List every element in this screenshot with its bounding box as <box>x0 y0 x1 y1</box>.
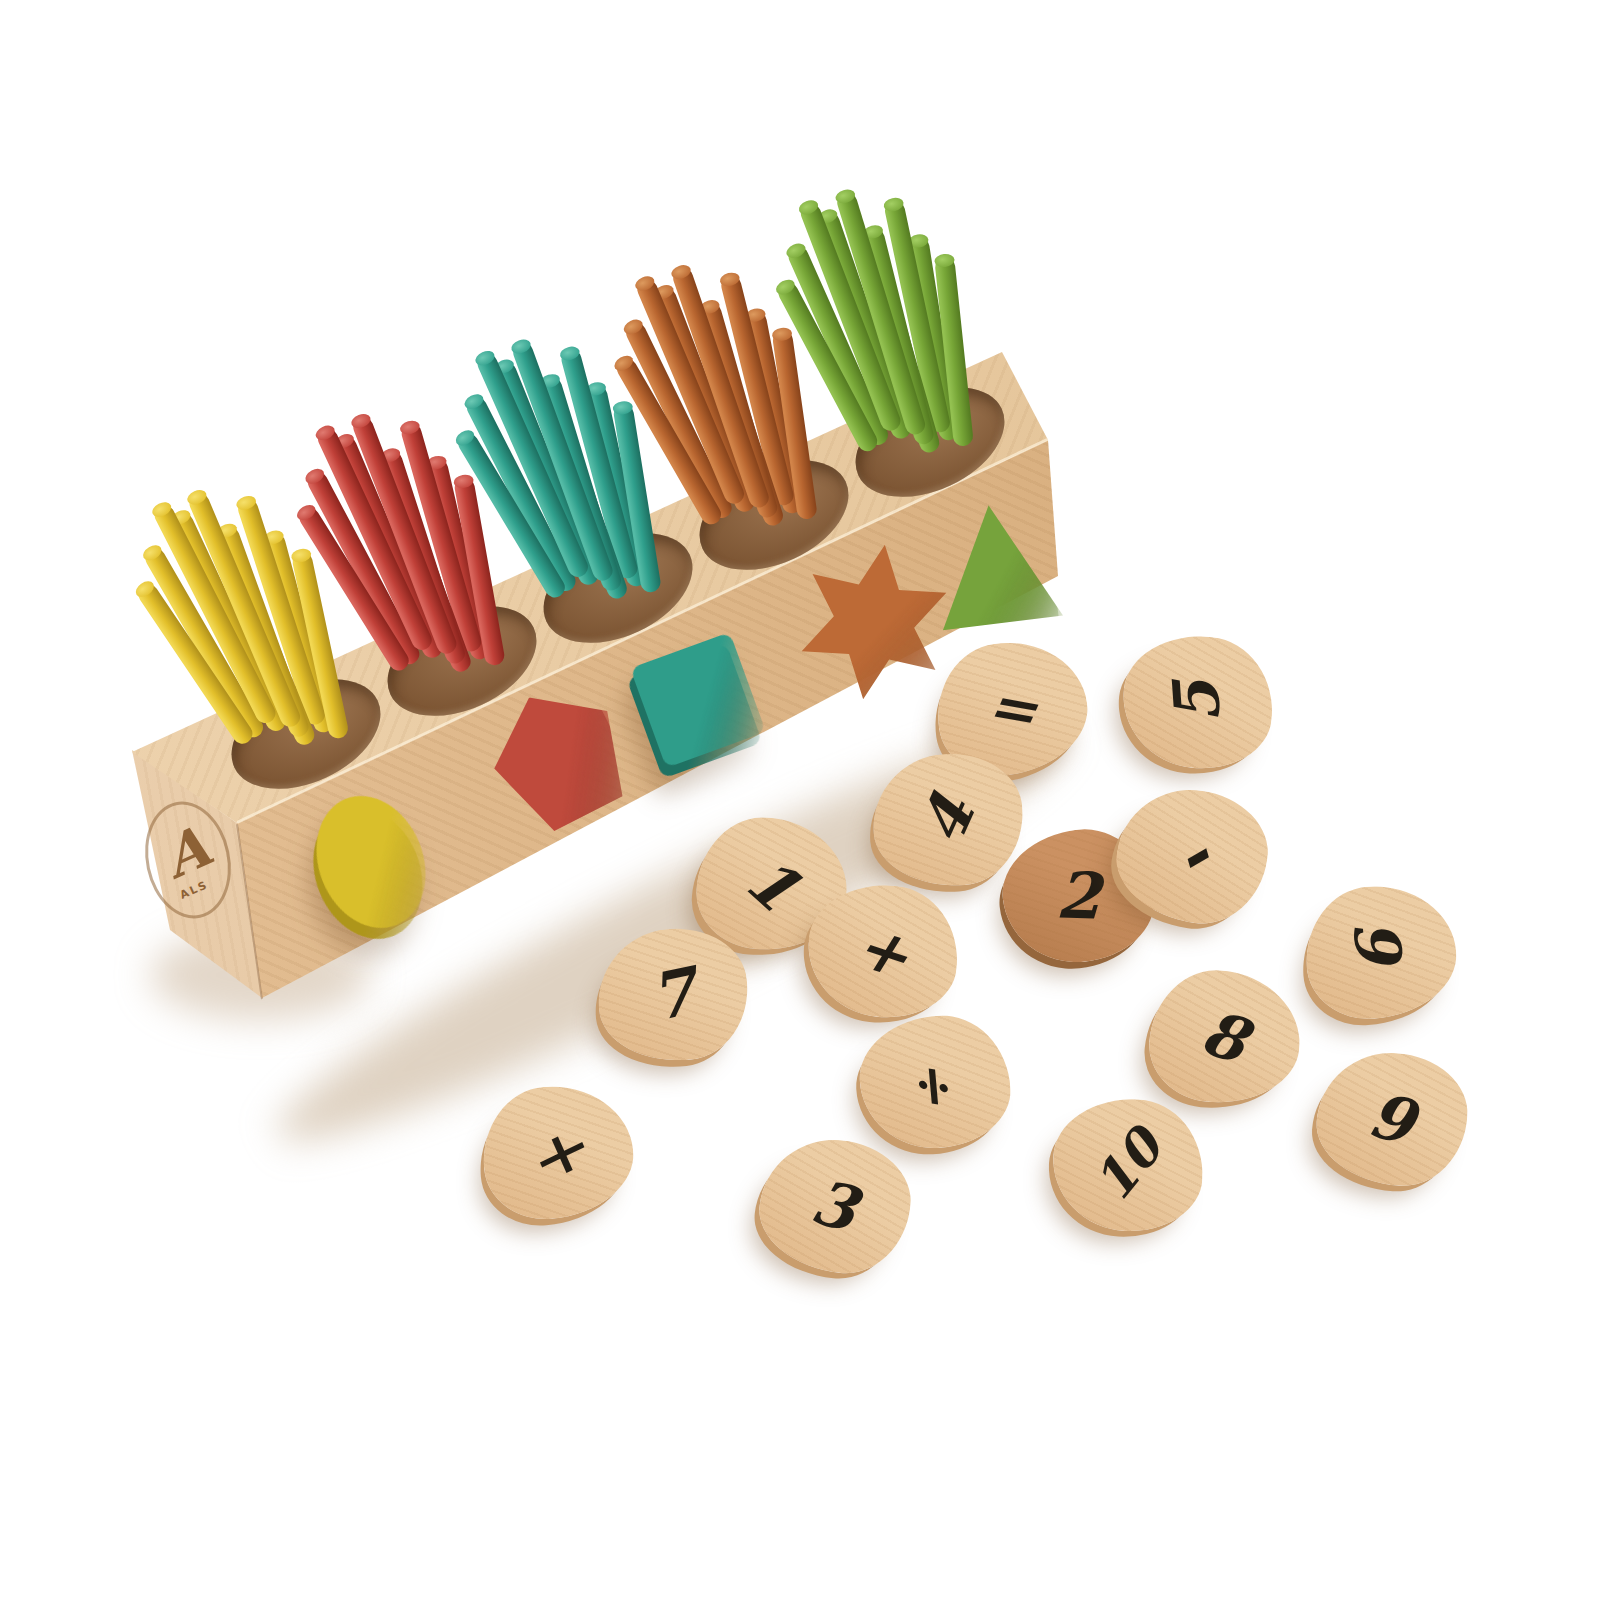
stick-end-cap <box>612 400 634 416</box>
stick-end-cap <box>303 466 327 487</box>
token-glyph: 1 <box>734 845 810 922</box>
token-5[interactable]: 5 <box>1117 629 1280 776</box>
token-glyph: - <box>1162 818 1222 893</box>
token-glyph: 10 <box>1085 1121 1171 1210</box>
stick-end-cap <box>140 542 164 563</box>
stick-end-cap <box>453 427 477 448</box>
stick-end-cap <box>235 494 258 513</box>
stick-end-cap <box>185 487 208 507</box>
stick-end-cap <box>784 241 808 261</box>
token-glyph: 3 <box>806 1170 865 1241</box>
token-glyph: ÷ <box>905 1056 965 1108</box>
stick-end-cap <box>133 578 157 600</box>
stick-end-cap <box>462 391 486 412</box>
token-÷[interactable]: ÷ <box>857 1012 1014 1152</box>
stick-end-cap <box>290 547 312 564</box>
token-10[interactable]: 10 <box>1050 1095 1207 1235</box>
token-glyph: 2 <box>1055 863 1102 929</box>
token-9[interactable]: 9 <box>1313 1048 1472 1190</box>
stick-end-cap <box>771 326 793 342</box>
stick-end-cap <box>797 198 820 217</box>
stick-end-cap <box>670 263 693 282</box>
stick-end-cap <box>883 196 905 213</box>
stick-end-cap <box>774 277 798 298</box>
brand-logo-letter: A <box>155 817 217 886</box>
stick-end-cap <box>349 411 372 430</box>
stick-end-cap <box>473 348 497 368</box>
block-top-face <box>0 0 1600 1600</box>
token-glyph: 9 <box>1363 1083 1422 1154</box>
stick-end-cap <box>558 345 581 363</box>
stick-end-cap <box>633 274 656 294</box>
token-glyph: = <box>983 675 1041 741</box>
token-glyph: 4 <box>911 788 985 853</box>
stick-end-cap <box>509 337 532 356</box>
stick-end-cap <box>621 317 645 337</box>
token-3[interactable]: 3 <box>754 1133 917 1280</box>
stick-end-cap <box>934 253 955 268</box>
token-glyph: 5 <box>1166 678 1231 725</box>
stick-end-cap <box>834 187 857 205</box>
toy-photo-scene: A ALS =5412-6+78÷9×103 <box>0 0 1600 1600</box>
token-glyph: + <box>849 913 918 988</box>
token-glyph: 8 <box>1195 1001 1256 1074</box>
token-glyph: × <box>528 1118 588 1185</box>
token-6[interactable]: 6 <box>1302 881 1461 1023</box>
stick-end-cap <box>453 473 475 489</box>
stick-end-cap <box>612 353 636 374</box>
stick-end-cap <box>313 423 337 443</box>
stick-end-cap <box>718 271 741 288</box>
token-×[interactable]: × <box>478 1080 639 1225</box>
stick-end-cap <box>294 502 318 524</box>
token-8[interactable]: 8 <box>1145 965 1306 1110</box>
token-glyph: 7 <box>645 959 702 1031</box>
stick-end-cap <box>399 419 422 437</box>
stick-end-cap <box>150 499 174 520</box>
token-glyph: 6 <box>1348 927 1414 976</box>
